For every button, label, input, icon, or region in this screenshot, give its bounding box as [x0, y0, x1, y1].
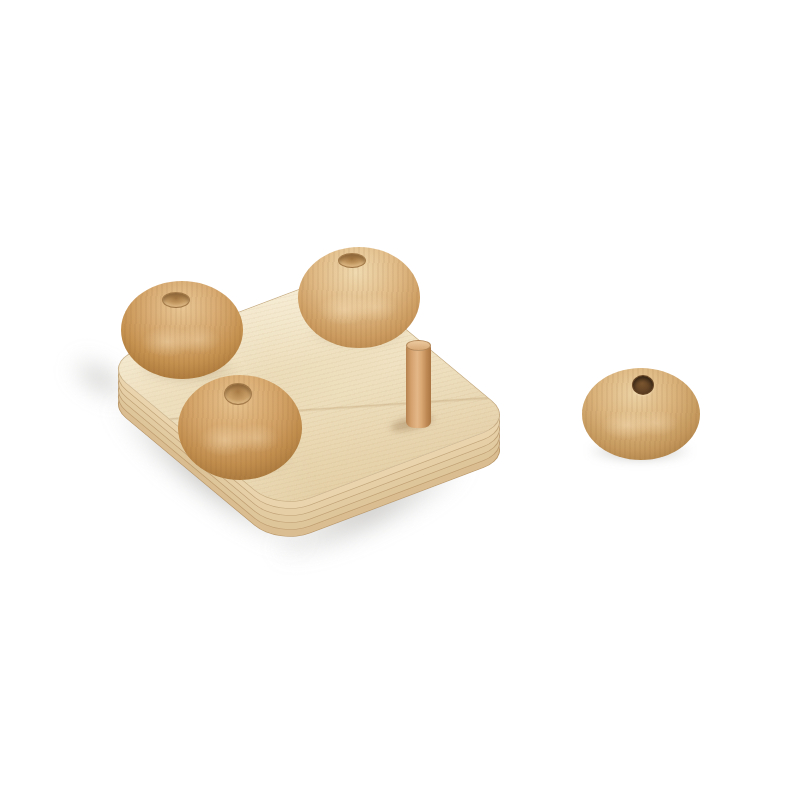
product-photo-scene [0, 0, 800, 800]
ball-peg-hole [224, 383, 252, 405]
peg-top [406, 340, 431, 351]
ball-front-left[interactable] [178, 375, 302, 480]
ball-back-left[interactable] [121, 281, 243, 379]
ball-peg-hole [338, 253, 366, 268]
peg-shaft [406, 345, 431, 428]
ball-through-hole [632, 375, 654, 395]
empty-peg[interactable] [406, 340, 431, 428]
ball-off-board[interactable] [582, 368, 700, 460]
ball-back-right[interactable] [298, 247, 420, 348]
ball-peg-hole [162, 292, 190, 308]
